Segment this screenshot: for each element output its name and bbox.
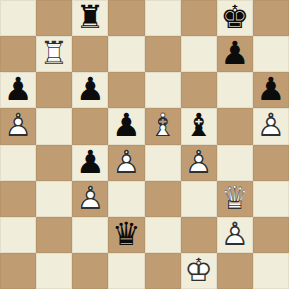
square-a5[interactable]: ♟♙: [0, 108, 36, 144]
square-c6[interactable]: ♟: [72, 72, 108, 108]
black-king-glyph: ♚: [220, 1, 249, 33]
piece-white-pawn[interactable]: ♟♙: [253, 108, 289, 144]
square-c8[interactable]: ♜: [72, 0, 108, 36]
square-e2[interactable]: [145, 217, 181, 253]
square-h2[interactable]: [253, 217, 289, 253]
square-h3[interactable]: [253, 181, 289, 217]
piece-white-pawn[interactable]: ♟♙: [108, 145, 144, 181]
white-rook-outline-glyph: ♖: [40, 37, 69, 69]
piece-white-pawn[interactable]: ♟♙: [72, 181, 108, 217]
white-pawn-outline-glyph: ♙: [257, 109, 286, 141]
black-pawn-glyph: ♟: [4, 73, 33, 105]
piece-black-pawn[interactable]: ♟: [253, 72, 289, 108]
white-bishop-outline-glyph: ♗: [148, 109, 177, 141]
square-c4[interactable]: ♟: [72, 145, 108, 181]
square-e4[interactable]: [145, 145, 181, 181]
square-b6[interactable]: [36, 72, 72, 108]
square-a2[interactable]: [0, 217, 36, 253]
square-b8[interactable]: [36, 0, 72, 36]
square-f5[interactable]: ♝: [181, 108, 217, 144]
square-b5[interactable]: [36, 108, 72, 144]
piece-white-pawn[interactable]: ♟♙: [181, 145, 217, 181]
piece-white-pawn[interactable]: ♟♙: [217, 217, 253, 253]
square-g3[interactable]: ♛♕: [217, 181, 253, 217]
black-rook-glyph: ♜: [76, 1, 105, 33]
square-g7[interactable]: ♟: [217, 36, 253, 72]
square-h8[interactable]: [253, 0, 289, 36]
square-d5[interactable]: ♟: [108, 108, 144, 144]
square-h1[interactable]: [253, 253, 289, 289]
square-c3[interactable]: ♟♙: [72, 181, 108, 217]
white-pawn-outline-glyph: ♙: [184, 145, 213, 177]
piece-white-queen[interactable]: ♛♕: [217, 181, 253, 217]
piece-white-king[interactable]: ♚♔: [181, 253, 217, 289]
piece-black-pawn[interactable]: ♟: [0, 72, 36, 108]
square-f6[interactable]: [181, 72, 217, 108]
square-d6[interactable]: [108, 72, 144, 108]
piece-black-pawn[interactable]: ♟: [217, 36, 253, 72]
black-pawn-glyph: ♟: [220, 37, 249, 69]
square-e3[interactable]: [145, 181, 181, 217]
white-pawn-outline-glyph: ♙: [4, 109, 33, 141]
piece-black-pawn[interactable]: ♟: [72, 72, 108, 108]
white-queen-outline-glyph: ♕: [220, 181, 249, 213]
white-pawn-outline-glyph: ♙: [76, 181, 105, 213]
square-d1[interactable]: [108, 253, 144, 289]
square-c1[interactable]: [72, 253, 108, 289]
square-g2[interactable]: ♟♙: [217, 217, 253, 253]
piece-black-king[interactable]: ♚: [217, 0, 253, 36]
square-b3[interactable]: [36, 181, 72, 217]
square-g6[interactable]: [217, 72, 253, 108]
black-pawn-glyph: ♟: [112, 109, 141, 141]
black-pawn-glyph: ♟: [76, 73, 105, 105]
square-d4[interactable]: ♟♙: [108, 145, 144, 181]
square-g1[interactable]: [217, 253, 253, 289]
square-g4[interactable]: [217, 145, 253, 181]
chess-board: ♜♚♜♖♟♟♟♟♟♙♟♝♗♝♟♙♟♟♙♟♙♟♙♛♕♛♟♙♚♔: [0, 0, 289, 289]
piece-black-pawn[interactable]: ♟: [108, 108, 144, 144]
square-a1[interactable]: [0, 253, 36, 289]
piece-black-pawn[interactable]: ♟: [72, 145, 108, 181]
square-g5[interactable]: [217, 108, 253, 144]
piece-white-pawn[interactable]: ♟♙: [0, 108, 36, 144]
piece-black-rook[interactable]: ♜: [72, 0, 108, 36]
square-g8[interactable]: ♚: [217, 0, 253, 36]
square-d2[interactable]: ♛: [108, 217, 144, 253]
square-e6[interactable]: [145, 72, 181, 108]
square-d8[interactable]: [108, 0, 144, 36]
square-a7[interactable]: [0, 36, 36, 72]
black-pawn-glyph: ♟: [257, 73, 286, 105]
piece-black-bishop[interactable]: ♝: [181, 108, 217, 144]
square-b1[interactable]: [36, 253, 72, 289]
square-c2[interactable]: [72, 217, 108, 253]
white-pawn-outline-glyph: ♙: [220, 218, 249, 250]
piece-white-bishop[interactable]: ♝♗: [145, 108, 181, 144]
square-f4[interactable]: ♟♙: [181, 145, 217, 181]
square-h4[interactable]: [253, 145, 289, 181]
chess-board-container: ♜♚♜♖♟♟♟♟♟♙♟♝♗♝♟♙♟♟♙♟♙♟♙♛♕♛♟♙♚♔: [0, 0, 289, 289]
square-h6[interactable]: ♟: [253, 72, 289, 108]
square-f3[interactable]: [181, 181, 217, 217]
square-c5[interactable]: [72, 108, 108, 144]
square-f8[interactable]: [181, 0, 217, 36]
black-queen-glyph: ♛: [112, 218, 141, 250]
square-b7[interactable]: ♜♖: [36, 36, 72, 72]
white-king-outline-glyph: ♔: [184, 254, 213, 286]
square-h5[interactable]: ♟♙: [253, 108, 289, 144]
square-a4[interactable]: [0, 145, 36, 181]
square-b4[interactable]: [36, 145, 72, 181]
square-e8[interactable]: [145, 0, 181, 36]
piece-black-queen[interactable]: ♛: [108, 217, 144, 253]
square-d7[interactable]: [108, 36, 144, 72]
square-f1[interactable]: ♚♔: [181, 253, 217, 289]
black-pawn-glyph: ♟: [76, 145, 105, 177]
square-a3[interactable]: [0, 181, 36, 217]
white-pawn-outline-glyph: ♙: [112, 145, 141, 177]
square-c7[interactable]: [72, 36, 108, 72]
piece-white-rook[interactable]: ♜♖: [36, 36, 72, 72]
black-bishop-glyph: ♝: [184, 109, 213, 141]
square-f2[interactable]: [181, 217, 217, 253]
square-h7[interactable]: [253, 36, 289, 72]
square-e5[interactable]: ♝♗: [145, 108, 181, 144]
square-d3[interactable]: [108, 181, 144, 217]
square-b2[interactable]: [36, 217, 72, 253]
square-a8[interactable]: [0, 0, 36, 36]
square-e7[interactable]: [145, 36, 181, 72]
square-e1[interactable]: [145, 253, 181, 289]
square-f7[interactable]: [181, 36, 217, 72]
square-a6[interactable]: ♟: [0, 72, 36, 108]
